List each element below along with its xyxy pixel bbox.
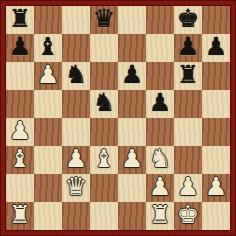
square-f3[interactable]: ♞: [146, 146, 174, 174]
piece-black-pawn-f5: ♟: [149, 89, 171, 117]
square-b7[interactable]: ♝: [34, 34, 62, 62]
square-b1[interactable]: [34, 202, 62, 230]
square-d6[interactable]: [90, 62, 118, 90]
piece-black-knight-d5: ♞: [93, 89, 115, 117]
piece-black-rook-g6: ♜: [177, 61, 199, 89]
square-b3[interactable]: [34, 146, 62, 174]
square-a7[interactable]: ♟: [6, 34, 34, 62]
square-f2[interactable]: ♟: [146, 174, 174, 202]
square-c6[interactable]: ♞: [62, 62, 90, 90]
square-e3[interactable]: ♟: [118, 146, 146, 174]
square-e5[interactable]: [118, 90, 146, 118]
square-a6[interactable]: [6, 62, 34, 90]
square-h6[interactable]: [202, 62, 230, 90]
square-b8[interactable]: [34, 6, 62, 34]
piece-black-bishop-b7: ♝: [37, 33, 59, 61]
piece-white-bishop-a3: ♝: [9, 145, 31, 173]
piece-black-pawn-e6: ♟: [121, 61, 143, 89]
square-h2[interactable]: ♟: [202, 174, 230, 202]
square-c5[interactable]: [62, 90, 90, 118]
piece-white-pawn-c3: ♟: [65, 145, 87, 173]
piece-white-pawn-b6: ♟: [37, 61, 59, 89]
square-c4[interactable]: [62, 118, 90, 146]
piece-white-king-g1: ♚: [177, 201, 199, 229]
square-f7[interactable]: [146, 34, 174, 62]
square-a8[interactable]: ♜: [6, 6, 34, 34]
square-h5[interactable]: [202, 90, 230, 118]
square-h8[interactable]: [202, 6, 230, 34]
square-c7[interactable]: [62, 34, 90, 62]
square-g1[interactable]: ♚: [174, 202, 202, 230]
square-d2[interactable]: [90, 174, 118, 202]
square-e2[interactable]: [118, 174, 146, 202]
square-f5[interactable]: ♟: [146, 90, 174, 118]
piece-white-queen-c2: ♛: [65, 173, 87, 201]
square-d4[interactable]: [90, 118, 118, 146]
square-g4[interactable]: [174, 118, 202, 146]
square-d8[interactable]: ♛: [90, 6, 118, 34]
piece-white-rook-a1: ♜: [9, 201, 31, 229]
square-c8[interactable]: [62, 6, 90, 34]
square-f8[interactable]: [146, 6, 174, 34]
chess-board-frame: ♜♛♚♟♝♟♟♟♞♟♜♞♟♟♝♟♝♟♞♛♟♟♟♜♜♚: [0, 0, 236, 236]
square-d3[interactable]: ♝: [90, 146, 118, 174]
square-h1[interactable]: [202, 202, 230, 230]
piece-white-bishop-d3: ♝: [93, 145, 115, 173]
square-g7[interactable]: ♟: [174, 34, 202, 62]
square-g8[interactable]: ♚: [174, 6, 202, 34]
square-b2[interactable]: [34, 174, 62, 202]
square-h7[interactable]: ♟: [202, 34, 230, 62]
piece-black-king-g8: ♚: [177, 5, 199, 33]
square-e8[interactable]: [118, 6, 146, 34]
square-g3[interactable]: [174, 146, 202, 174]
piece-white-pawn-a4: ♟: [9, 117, 31, 145]
square-f6[interactable]: [146, 62, 174, 90]
piece-black-pawn-a7: ♟: [9, 33, 31, 61]
piece-black-pawn-g7: ♟: [177, 33, 199, 61]
square-a3[interactable]: ♝: [6, 146, 34, 174]
square-a4[interactable]: ♟: [6, 118, 34, 146]
piece-black-pawn-h7: ♟: [205, 33, 227, 61]
square-f1[interactable]: ♜: [146, 202, 174, 230]
square-h3[interactable]: [202, 146, 230, 174]
piece-white-pawn-h2: ♟: [205, 173, 227, 201]
square-e7[interactable]: [118, 34, 146, 62]
piece-black-knight-c6: ♞: [65, 61, 87, 89]
piece-white-rook-f1: ♜: [149, 201, 171, 229]
piece-black-queen-d8: ♛: [93, 5, 115, 33]
piece-white-pawn-f2: ♟: [149, 173, 171, 201]
square-d1[interactable]: [90, 202, 118, 230]
square-e4[interactable]: [118, 118, 146, 146]
square-c2[interactable]: ♛: [62, 174, 90, 202]
square-d7[interactable]: [90, 34, 118, 62]
square-h4[interactable]: [202, 118, 230, 146]
square-a1[interactable]: ♜: [6, 202, 34, 230]
square-g5[interactable]: [174, 90, 202, 118]
square-e1[interactable]: [118, 202, 146, 230]
square-b5[interactable]: [34, 90, 62, 118]
piece-white-pawn-e3: ♟: [121, 145, 143, 173]
square-a5[interactable]: [6, 90, 34, 118]
square-f4[interactable]: [146, 118, 174, 146]
square-e6[interactable]: ♟: [118, 62, 146, 90]
piece-black-rook-a8: ♜: [9, 5, 31, 33]
square-a2[interactable]: [6, 174, 34, 202]
square-c3[interactable]: ♟: [62, 146, 90, 174]
square-g6[interactable]: ♜: [174, 62, 202, 90]
square-d5[interactable]: ♞: [90, 90, 118, 118]
piece-white-pawn-g2: ♟: [177, 173, 199, 201]
chess-board: ♜♛♚♟♝♟♟♟♞♟♜♞♟♟♝♟♝♟♞♛♟♟♟♜♜♚: [6, 6, 230, 230]
square-b4[interactable]: [34, 118, 62, 146]
square-g2[interactable]: ♟: [174, 174, 202, 202]
square-b6[interactable]: ♟: [34, 62, 62, 90]
square-c1[interactable]: [62, 202, 90, 230]
piece-white-knight-f3: ♞: [149, 145, 171, 173]
